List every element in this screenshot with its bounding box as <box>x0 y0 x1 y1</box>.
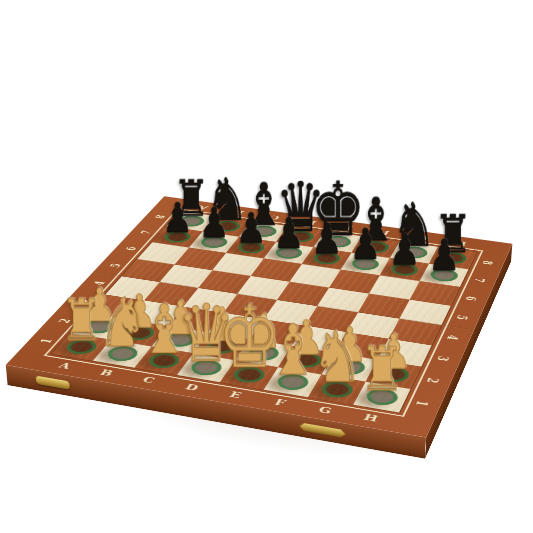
rank-label-right-6: 6 <box>447 289 495 309</box>
rank-label-right-8: 8 <box>465 254 511 273</box>
rank-label-right-7: 7 <box>456 271 503 290</box>
piece-white-rook: ♜ <box>357 334 408 396</box>
square-g5 <box>358 293 410 318</box>
brass-latch-icon <box>36 376 70 390</box>
brass-hinge-icon <box>300 422 346 438</box>
product-photo-scene: ♜♞♝♛♚♝♞♜♟♟♟♟♟♟♟♟♟♟♟♟♟♟♟♟♜♞♝♛♚♝♞♜ ABCDEFG… <box>0 0 533 533</box>
